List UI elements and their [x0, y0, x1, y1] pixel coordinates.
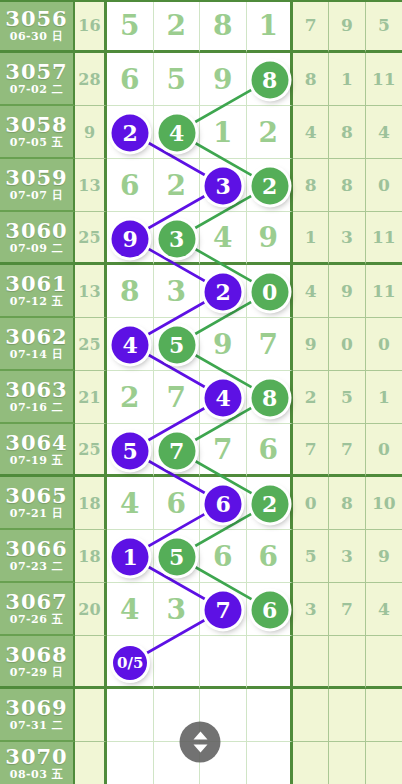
stat-cell-3063-r1: 2 — [293, 371, 329, 424]
stat-cell-3058-r3: 4 — [366, 106, 402, 159]
stat-cell-3059-r2: 8 — [329, 159, 365, 212]
draw-date: 07-09 二 — [10, 242, 64, 255]
digit-cell-3066-c4: 6 — [247, 530, 294, 583]
digit-cell-3068-c2 — [154, 636, 201, 689]
scroll-down-icon — [193, 745, 207, 753]
digit-cell-3056-c1: 5 — [107, 0, 154, 53]
digit-cell-3058-c1 — [107, 106, 154, 159]
count-cell-3062: 25 — [75, 318, 107, 371]
count-cell-3066: 18 — [75, 530, 107, 583]
draw-date: 06-30 日 — [10, 30, 64, 43]
stat-cell-3064-r3: 0 — [366, 424, 402, 477]
stat-cell-3057-r2: 1 — [329, 53, 365, 106]
count-cell-3058: 9 — [75, 106, 107, 159]
row-label-3070: 307008-03 五 — [0, 742, 75, 784]
period-number: 3067 — [5, 591, 67, 613]
digit-cell-3060-c2 — [154, 212, 201, 265]
digit-cell-3063-c2: 7 — [154, 371, 201, 424]
trend-chart: 305606-30 日165281795305707-02 二286598111… — [0, 0, 402, 784]
stat-cell-3063-r3: 1 — [366, 371, 402, 424]
draw-date: 07-07 日 — [10, 189, 64, 202]
period-number: 3064 — [5, 432, 67, 454]
draw-date: 07-14 日 — [10, 348, 64, 361]
stat-cell-3067-r1: 3 — [293, 583, 329, 636]
draw-date: 08-03 五 — [10, 768, 64, 781]
digit-cell-3066-c2 — [154, 530, 201, 583]
digit-cell-3065-c1: 4 — [107, 477, 154, 530]
period-number: 3060 — [5, 220, 67, 242]
digit-cell-3067-c1: 4 — [107, 583, 154, 636]
stat-cell-3070-r2 — [329, 742, 365, 784]
period-number: 3057 — [5, 61, 67, 83]
stat-cell-3062-r3: 0 — [366, 318, 402, 371]
digit-cell-3060-c3: 4 — [200, 212, 247, 265]
digit-cell-3066-c3: 6 — [200, 530, 247, 583]
stat-cell-3062-r1: 9 — [293, 318, 329, 371]
stat-cell-3068-r2 — [329, 636, 365, 689]
digit-cell-3064-c2 — [154, 424, 201, 477]
count-cell-3057: 28 — [75, 53, 107, 106]
digit-cell-3062-c1 — [107, 318, 154, 371]
stat-cell-3056-r3: 5 — [366, 0, 402, 53]
draw-date: 07-16 二 — [10, 401, 64, 414]
stat-cell-3057-r3: 11 — [366, 53, 402, 106]
trend-chart-grid: 305606-30 日165281795305707-02 二286598111… — [0, 0, 402, 784]
digit-cell-3061-c3 — [200, 265, 247, 318]
stat-cell-3069-r2 — [329, 689, 365, 742]
period-number: 3066 — [5, 538, 67, 560]
row-label-3063: 306307-16 二 — [0, 371, 75, 424]
period-number: 3061 — [5, 273, 67, 295]
draw-date: 07-12 五 — [10, 295, 64, 308]
draw-date: 07-23 二 — [10, 560, 64, 573]
digit-cell-3058-c3: 1 — [200, 106, 247, 159]
scroll-up-icon — [193, 732, 207, 740]
period-number: 3065 — [5, 485, 67, 507]
stat-cell-3061-r2: 9 — [329, 265, 365, 318]
count-cell-3063: 21 — [75, 371, 107, 424]
row-label-3064: 306407-19 五 — [0, 424, 75, 477]
stat-cell-3061-r3: 11 — [366, 265, 402, 318]
digit-cell-3061-c1: 8 — [107, 265, 154, 318]
stat-cell-3067-r2: 7 — [329, 583, 365, 636]
digit-cell-3069-c1 — [107, 689, 154, 742]
row-label-3068: 306807-29 日 — [0, 636, 75, 689]
stat-cell-3067-r3: 4 — [366, 583, 402, 636]
digit-cell-3064-c1 — [107, 424, 154, 477]
stat-cell-3066-r3: 9 — [366, 530, 402, 583]
digit-cell-3056-c3: 8 — [200, 0, 247, 53]
row-label-3060: 306007-09 二 — [0, 212, 75, 265]
count-cell-3061: 13 — [75, 265, 107, 318]
digit-cell-3067-c3 — [200, 583, 247, 636]
period-number: 3059 — [5, 167, 67, 189]
row-label-3061: 306107-12 五 — [0, 265, 75, 318]
count-cell-3060: 25 — [75, 212, 107, 265]
digit-cell-3063-c4 — [247, 371, 294, 424]
digit-cell-3059-c1: 6 — [107, 159, 154, 212]
count-cell-3064: 25 — [75, 424, 107, 477]
count-cell-3056: 16 — [75, 0, 107, 53]
period-number: 3058 — [5, 114, 67, 136]
stat-cell-3066-r1: 5 — [293, 530, 329, 583]
stat-cell-3068-r1 — [293, 636, 329, 689]
period-number: 3056 — [5, 8, 67, 30]
digit-cell-3067-c2: 3 — [154, 583, 201, 636]
digit-cell-3056-c4: 1 — [247, 0, 294, 53]
period-number: 3069 — [5, 697, 67, 719]
count-cell-3059: 13 — [75, 159, 107, 212]
stat-cell-3060-r3: 11 — [366, 212, 402, 265]
digit-cell-3062-c3: 9 — [200, 318, 247, 371]
digit-cell-3065-c2: 6 — [154, 477, 201, 530]
digit-cell-3058-c4: 2 — [247, 106, 294, 159]
digit-cell-3061-c2: 3 — [154, 265, 201, 318]
count-cell-3065: 18 — [75, 477, 107, 530]
stat-cell-3065-r1: 0 — [293, 477, 329, 530]
digit-cell-3062-c4: 7 — [247, 318, 294, 371]
row-label-3062: 306207-14 日 — [0, 318, 75, 371]
stat-cell-3063-r2: 5 — [329, 371, 365, 424]
stat-cell-3059-r3: 0 — [366, 159, 402, 212]
stat-cell-3057-r1: 8 — [293, 53, 329, 106]
digit-cell-3059-c3 — [200, 159, 247, 212]
stat-cell-3058-r2: 8 — [329, 106, 365, 159]
stat-cell-3062-r2: 0 — [329, 318, 365, 371]
digit-cell-3057-c2: 5 — [154, 53, 201, 106]
digit-cell-3057-c3: 9 — [200, 53, 247, 106]
stat-cell-3068-r3 — [366, 636, 402, 689]
digit-cell-3060-c4: 9 — [247, 212, 294, 265]
stat-cell-3065-r3: 10 — [366, 477, 402, 530]
stat-cell-3069-r3 — [366, 689, 402, 742]
digit-cell-3063-c1: 2 — [107, 371, 154, 424]
count-cell-3067: 20 — [75, 583, 107, 636]
stat-cell-3064-r2: 7 — [329, 424, 365, 477]
digit-cell-3061-c4 — [247, 265, 294, 318]
digit-cell-3057-c4 — [247, 53, 294, 106]
digit-cell-3063-c3 — [200, 371, 247, 424]
stat-cell-3070-r1 — [293, 742, 329, 784]
stat-cell-3060-r2: 3 — [329, 212, 365, 265]
count-cell-3068 — [75, 636, 107, 689]
digit-cell-3060-c1 — [107, 212, 154, 265]
digit-cell-3068-c1 — [107, 636, 154, 689]
digit-cell-3067-c4 — [247, 583, 294, 636]
digit-cell-3065-c4 — [247, 477, 294, 530]
digit-cell-3065-c3 — [200, 477, 247, 530]
row-label-3058: 305807-05 五 — [0, 106, 75, 159]
row-label-3066: 306607-23 二 — [0, 530, 75, 583]
digit-cell-3059-c4 — [247, 159, 294, 212]
draw-date: 07-26 五 — [10, 613, 64, 626]
row-label-3067: 306707-26 五 — [0, 583, 75, 636]
digit-cell-3056-c2: 2 — [154, 0, 201, 53]
digit-cell-3069-c4 — [247, 689, 294, 742]
count-cell-3070 — [75, 742, 107, 784]
digit-cell-3059-c2: 2 — [154, 159, 201, 212]
period-number: 3068 — [5, 644, 67, 666]
scroll-handle[interactable] — [180, 722, 221, 763]
row-label-3065: 306507-21 日 — [0, 477, 75, 530]
digit-cell-3064-c3: 7 — [200, 424, 247, 477]
digit-cell-3058-c2 — [154, 106, 201, 159]
draw-date: 07-05 五 — [10, 136, 64, 149]
stat-cell-3056-r2: 9 — [329, 0, 365, 53]
period-number: 3062 — [5, 326, 67, 348]
stat-cell-3061-r1: 4 — [293, 265, 329, 318]
digit-cell-3062-c2 — [154, 318, 201, 371]
stat-cell-3060-r1: 1 — [293, 212, 329, 265]
stat-cell-3070-r3 — [366, 742, 402, 784]
stat-cell-3059-r1: 8 — [293, 159, 329, 212]
draw-date: 07-29 日 — [10, 666, 64, 679]
stat-cell-3069-r1 — [293, 689, 329, 742]
digit-cell-3057-c1: 6 — [107, 53, 154, 106]
row-label-3057: 305707-02 二 — [0, 53, 75, 106]
count-cell-3069 — [75, 689, 107, 742]
digit-cell-3066-c1 — [107, 530, 154, 583]
stat-cell-3065-r2: 8 — [329, 477, 365, 530]
draw-date: 07-31 二 — [10, 719, 64, 732]
draw-date: 07-21 日 — [10, 507, 64, 520]
stat-cell-3058-r1: 4 — [293, 106, 329, 159]
draw-date: 07-19 五 — [10, 454, 64, 467]
stat-cell-3056-r1: 7 — [293, 0, 329, 53]
digit-cell-3068-c4 — [247, 636, 294, 689]
stat-cell-3066-r2: 3 — [329, 530, 365, 583]
row-label-3056: 305606-30 日 — [0, 0, 75, 53]
stat-cell-3064-r1: 7 — [293, 424, 329, 477]
digit-cell-3064-c4: 6 — [247, 424, 294, 477]
digit-cell-3070-c1 — [107, 742, 154, 784]
row-label-3069: 306907-31 二 — [0, 689, 75, 742]
digit-cell-3068-c3 — [200, 636, 247, 689]
period-number: 3063 — [5, 379, 67, 401]
draw-date: 07-02 二 — [10, 83, 64, 96]
period-number: 3070 — [5, 746, 67, 768]
digit-cell-3070-c4 — [247, 742, 294, 784]
row-label-3059: 305907-07 日 — [0, 159, 75, 212]
